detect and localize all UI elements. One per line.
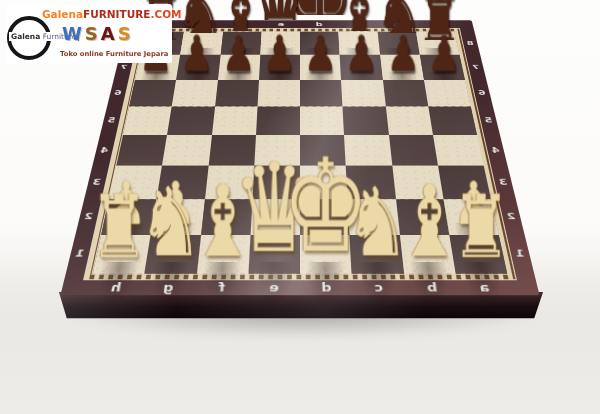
square-e7: ♟ [259, 55, 300, 80]
piece-dark-pawn: ♟ [222, 29, 255, 78]
product-photo: ♜♞♝♛♚♝♞♜♟♟♟♟♟♟♟♟♟♟♟♜♞♝♛♚♞♝♜ hgfedcba hgf… [0, 0, 600, 414]
logo-url-furniture: FURNITURE [83, 8, 150, 20]
galena-furniture-logo: GalenaFURNITURE.COM Galena Furniture WSA… [6, 4, 172, 63]
piece-dark-pawn: ♟ [345, 29, 378, 78]
furniture-icon-w-0: W [62, 23, 82, 44]
square-h4 [116, 135, 167, 166]
square-c7: ♟ [340, 55, 383, 80]
piece-light-rook: ♜ [452, 185, 511, 271]
square-f5 [212, 106, 258, 135]
decorative-inlay-border: ♜♞♝♛♚♝♞♜♟♟♟♟♟♟♟♟♟♟♟♜♞♝♛♚♞♝♜ [83, 28, 517, 280]
square-b4 [389, 135, 438, 166]
board-grid: ♜♞♝♛♚♝♞♜♟♟♟♟♟♟♟♟♟♟♟♜♞♝♛♚♞♝♜ [91, 31, 508, 274]
furniture-icon-s-1: S [85, 23, 98, 44]
square-a6 [424, 80, 471, 107]
piece-dark-pawn: ♟ [263, 29, 296, 78]
square-b6 [382, 80, 428, 107]
square-e6 [257, 80, 300, 107]
square-a1: ♜ [449, 235, 507, 274]
square-a7: ♟ [420, 55, 465, 80]
square-f6 [215, 80, 259, 107]
square-b1: ♝ [399, 235, 455, 274]
square-g4 [162, 135, 211, 166]
logo-url-brand: Galena [42, 8, 83, 20]
square-c6 [341, 80, 385, 107]
square-b7: ♟ [380, 55, 424, 80]
logo-url-com: .COM [150, 8, 181, 20]
logo-circle-bold: Galena [11, 32, 40, 41]
square-a4 [433, 135, 484, 166]
piece-dark-pawn: ♟ [180, 29, 213, 78]
square-b5 [385, 106, 432, 135]
square-g5 [167, 106, 214, 135]
furniture-letter-icons: WSAS [62, 23, 131, 44]
square-d6 [300, 80, 343, 107]
square-g6 [172, 80, 218, 107]
piece-dark-pawn: ♟ [386, 29, 419, 78]
furniture-icon-s-3: S [118, 23, 131, 44]
square-f7: ♟ [218, 55, 261, 80]
logo-tagline: Toko online Furniture Jepara [60, 50, 168, 58]
furniture-icon-a-2: A [101, 23, 115, 44]
piece-dark-pawn: ♟ [427, 29, 460, 78]
square-g7: ♟ [176, 55, 220, 80]
square-a5 [428, 106, 477, 135]
square-h5 [123, 106, 172, 135]
logo-url: GalenaFURNITURE.COM [42, 8, 182, 20]
piece-dark-pawn: ♟ [304, 29, 337, 78]
square-d7: ♟ [300, 55, 341, 80]
square-h6 [129, 80, 176, 107]
